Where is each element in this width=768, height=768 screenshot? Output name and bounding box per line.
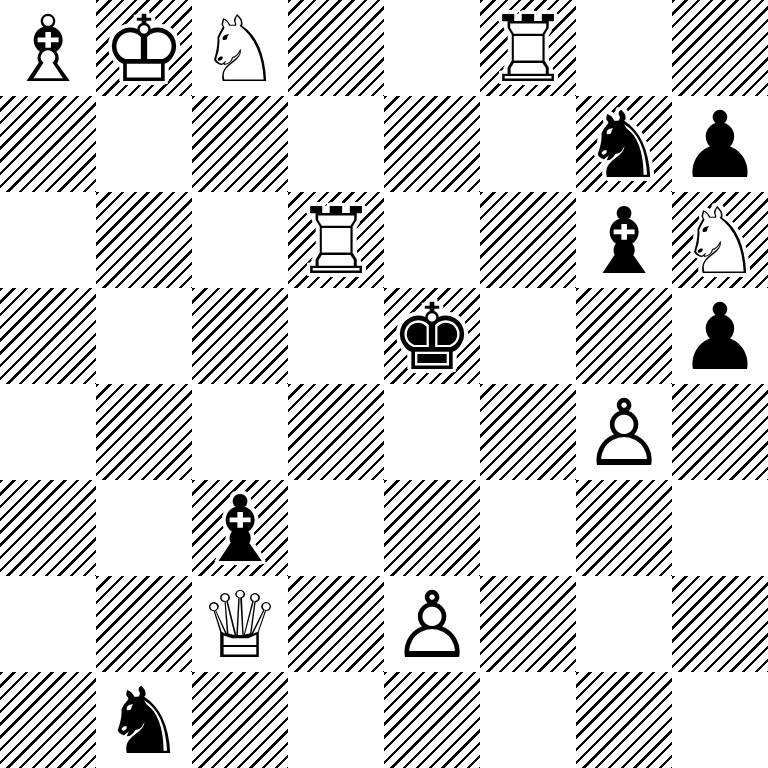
square-h2[interactable] bbox=[672, 576, 768, 672]
square-b5[interactable] bbox=[96, 288, 192, 384]
square-e7[interactable] bbox=[384, 96, 480, 192]
white-queen-c2: ♕ bbox=[192, 578, 288, 672]
square-a4[interactable] bbox=[0, 384, 96, 480]
square-f1[interactable] bbox=[480, 672, 576, 768]
white-knight-halo: ♞ bbox=[672, 194, 768, 288]
black-knight-halo: ♞ bbox=[576, 98, 672, 192]
square-f7[interactable] bbox=[480, 96, 576, 192]
square-h5[interactable]: ♟♟ bbox=[672, 288, 768, 384]
square-h1[interactable] bbox=[672, 672, 768, 768]
square-a8[interactable]: ♝♗ bbox=[0, 0, 96, 96]
square-a5[interactable] bbox=[0, 288, 96, 384]
square-a1[interactable] bbox=[0, 672, 96, 768]
square-h7[interactable]: ♟♟ bbox=[672, 96, 768, 192]
square-g6[interactable]: ♝♝ bbox=[576, 192, 672, 288]
square-h3[interactable] bbox=[672, 480, 768, 576]
black-pawn-halo: ♟ bbox=[672, 98, 768, 192]
square-e6[interactable] bbox=[384, 192, 480, 288]
black-knight-b1: ♞ bbox=[96, 674, 192, 768]
white-king-b8: ♔ bbox=[96, 2, 192, 96]
square-e2[interactable]: ♟♙ bbox=[384, 576, 480, 672]
square-d1[interactable] bbox=[288, 672, 384, 768]
black-knight-halo: ♞ bbox=[96, 674, 192, 768]
square-g8[interactable] bbox=[576, 0, 672, 96]
chess-board: ♝♗♚♔♞♘♜♖♞♞♟♟♜♖♝♝♞♘♚♚♟♟♟♙♝♝♛♕♟♙♞♞ bbox=[0, 0, 768, 768]
square-e3[interactable] bbox=[384, 480, 480, 576]
square-f2[interactable] bbox=[480, 576, 576, 672]
square-b4[interactable] bbox=[96, 384, 192, 480]
white-bishop-a8: ♗ bbox=[0, 2, 96, 96]
square-c6[interactable] bbox=[192, 192, 288, 288]
square-d3[interactable] bbox=[288, 480, 384, 576]
square-c4[interactable] bbox=[192, 384, 288, 480]
square-d4[interactable] bbox=[288, 384, 384, 480]
square-c8[interactable]: ♞♘ bbox=[192, 0, 288, 96]
square-e5[interactable]: ♚♚ bbox=[384, 288, 480, 384]
white-rook-halo: ♜ bbox=[288, 194, 384, 288]
black-pawn-h7: ♟ bbox=[672, 98, 768, 192]
square-a6[interactable] bbox=[0, 192, 96, 288]
black-pawn-halo: ♟ bbox=[672, 290, 768, 384]
white-rook-d6: ♖ bbox=[288, 194, 384, 288]
black-king-halo: ♚ bbox=[384, 290, 480, 384]
black-pawn-h5: ♟ bbox=[672, 290, 768, 384]
square-e4[interactable] bbox=[384, 384, 480, 480]
black-bishop-halo: ♝ bbox=[192, 482, 288, 576]
square-f4[interactable] bbox=[480, 384, 576, 480]
white-knight-c8: ♘ bbox=[192, 2, 288, 96]
square-d8[interactable] bbox=[288, 0, 384, 96]
square-d6[interactable]: ♜♖ bbox=[288, 192, 384, 288]
white-knight-halo: ♞ bbox=[192, 2, 288, 96]
black-bishop-g6: ♝ bbox=[576, 194, 672, 288]
square-c1[interactable] bbox=[192, 672, 288, 768]
square-h4[interactable] bbox=[672, 384, 768, 480]
square-a3[interactable] bbox=[0, 480, 96, 576]
square-d7[interactable] bbox=[288, 96, 384, 192]
square-b3[interactable] bbox=[96, 480, 192, 576]
square-c3[interactable]: ♝♝ bbox=[192, 480, 288, 576]
square-f6[interactable] bbox=[480, 192, 576, 288]
square-d5[interactable] bbox=[288, 288, 384, 384]
square-h6[interactable]: ♞♘ bbox=[672, 192, 768, 288]
black-bishop-halo: ♝ bbox=[576, 194, 672, 288]
white-pawn-e2: ♙ bbox=[384, 578, 480, 672]
square-c7[interactable] bbox=[192, 96, 288, 192]
square-c2[interactable]: ♛♕ bbox=[192, 576, 288, 672]
white-pawn-halo: ♟ bbox=[576, 386, 672, 480]
square-f5[interactable] bbox=[480, 288, 576, 384]
white-king-halo: ♚ bbox=[96, 2, 192, 96]
white-pawn-g4: ♙ bbox=[576, 386, 672, 480]
square-f8[interactable]: ♜♖ bbox=[480, 0, 576, 96]
square-b7[interactable] bbox=[96, 96, 192, 192]
square-g2[interactable] bbox=[576, 576, 672, 672]
square-c5[interactable] bbox=[192, 288, 288, 384]
square-g5[interactable] bbox=[576, 288, 672, 384]
white-rook-halo: ♜ bbox=[480, 2, 576, 96]
square-e1[interactable] bbox=[384, 672, 480, 768]
black-king-e5: ♚ bbox=[384, 290, 480, 384]
square-g3[interactable] bbox=[576, 480, 672, 576]
square-g4[interactable]: ♟♙ bbox=[576, 384, 672, 480]
white-pawn-halo: ♟ bbox=[384, 578, 480, 672]
square-a2[interactable] bbox=[0, 576, 96, 672]
square-b6[interactable] bbox=[96, 192, 192, 288]
square-g7[interactable]: ♞♞ bbox=[576, 96, 672, 192]
white-bishop-halo: ♝ bbox=[0, 2, 96, 96]
square-g1[interactable] bbox=[576, 672, 672, 768]
white-rook-f8: ♖ bbox=[480, 2, 576, 96]
black-knight-g7: ♞ bbox=[576, 98, 672, 192]
square-b1[interactable]: ♞♞ bbox=[96, 672, 192, 768]
square-h8[interactable] bbox=[672, 0, 768, 96]
white-queen-halo: ♛ bbox=[192, 578, 288, 672]
square-b8[interactable]: ♚♔ bbox=[96, 0, 192, 96]
black-bishop-c3: ♝ bbox=[192, 482, 288, 576]
square-f3[interactable] bbox=[480, 480, 576, 576]
square-e8[interactable] bbox=[384, 0, 480, 96]
square-d2[interactable] bbox=[288, 576, 384, 672]
square-b2[interactable] bbox=[96, 576, 192, 672]
square-a7[interactable] bbox=[0, 96, 96, 192]
white-knight-h6: ♘ bbox=[672, 194, 768, 288]
